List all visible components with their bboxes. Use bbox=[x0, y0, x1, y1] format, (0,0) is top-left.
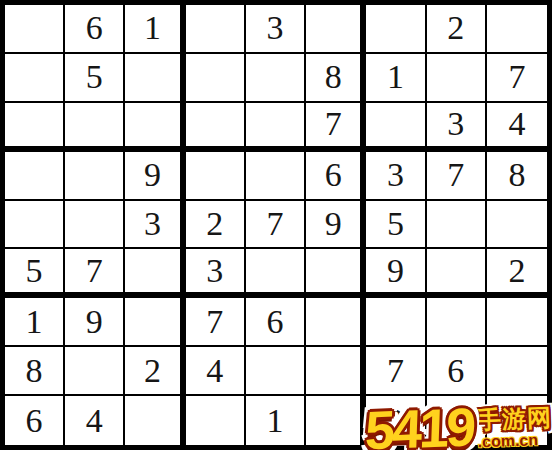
cell-r9c1[interactable]: 6 bbox=[5, 396, 65, 445]
cell-r8c6[interactable] bbox=[306, 347, 366, 396]
cell-r4c3[interactable]: 9 bbox=[125, 152, 185, 201]
cell-r8c2[interactable] bbox=[65, 347, 125, 396]
cell-r8c1[interactable]: 8 bbox=[5, 347, 65, 396]
cell-r1c4[interactable] bbox=[186, 5, 246, 54]
cell-r3c1[interactable] bbox=[5, 103, 65, 152]
cell-r1c5[interactable]: 3 bbox=[246, 5, 306, 54]
cell-r3c3[interactable] bbox=[125, 103, 185, 152]
sudoku-board: 613258177349637832795573921976824766412 bbox=[0, 0, 552, 450]
cell-r1c7[interactable] bbox=[366, 5, 426, 54]
cell-r6c4[interactable]: 3 bbox=[186, 249, 246, 298]
cell-r5c4[interactable]: 2 bbox=[186, 201, 246, 250]
cell-r1c6[interactable] bbox=[306, 5, 366, 54]
cell-r4c1[interactable] bbox=[5, 152, 65, 201]
cell-r8c7[interactable]: 7 bbox=[366, 347, 426, 396]
cell-r8c9[interactable] bbox=[487, 347, 547, 396]
cell-r3c4[interactable] bbox=[186, 103, 246, 152]
cell-r6c3[interactable] bbox=[125, 249, 185, 298]
cell-r9c7[interactable]: 2 bbox=[366, 396, 426, 445]
cell-r6c1[interactable]: 5 bbox=[5, 249, 65, 298]
cell-r9c5[interactable]: 1 bbox=[246, 396, 306, 445]
cell-r2c7[interactable]: 1 bbox=[366, 54, 426, 103]
cell-r7c6[interactable] bbox=[306, 298, 366, 347]
cell-r9c6[interactable] bbox=[306, 396, 366, 445]
cell-r5c9[interactable] bbox=[487, 201, 547, 250]
cell-r3c9[interactable]: 4 bbox=[487, 103, 547, 152]
cell-r3c2[interactable] bbox=[65, 103, 125, 152]
cell-r3c6[interactable]: 7 bbox=[306, 103, 366, 152]
cell-r6c5[interactable] bbox=[246, 249, 306, 298]
cell-r6c7[interactable]: 9 bbox=[366, 249, 426, 298]
cell-r5c1[interactable] bbox=[5, 201, 65, 250]
cell-r8c8[interactable]: 6 bbox=[427, 347, 487, 396]
cell-r6c9[interactable]: 2 bbox=[487, 249, 547, 298]
cell-r6c6[interactable] bbox=[306, 249, 366, 298]
cell-r9c8[interactable] bbox=[427, 396, 487, 445]
cell-r9c2[interactable]: 4 bbox=[65, 396, 125, 445]
cell-r7c2[interactable]: 9 bbox=[65, 298, 125, 347]
cell-r4c7[interactable]: 3 bbox=[366, 152, 426, 201]
cell-r7c9[interactable] bbox=[487, 298, 547, 347]
cell-r5c8[interactable] bbox=[427, 201, 487, 250]
cell-r1c2[interactable]: 6 bbox=[65, 5, 125, 54]
cell-r2c8[interactable] bbox=[427, 54, 487, 103]
cell-r4c5[interactable] bbox=[246, 152, 306, 201]
cell-r7c4[interactable]: 7 bbox=[186, 298, 246, 347]
cell-r4c6[interactable]: 6 bbox=[306, 152, 366, 201]
cell-r9c3[interactable] bbox=[125, 396, 185, 445]
cell-r8c5[interactable] bbox=[246, 347, 306, 396]
cell-r2c4[interactable] bbox=[186, 54, 246, 103]
cell-r5c3[interactable]: 3 bbox=[125, 201, 185, 250]
cell-r7c5[interactable]: 6 bbox=[246, 298, 306, 347]
cell-r3c5[interactable] bbox=[246, 103, 306, 152]
cell-r4c8[interactable]: 7 bbox=[427, 152, 487, 201]
cell-r9c9[interactable] bbox=[487, 396, 547, 445]
cell-r2c6[interactable]: 8 bbox=[306, 54, 366, 103]
cell-r8c4[interactable]: 4 bbox=[186, 347, 246, 396]
cell-r5c7[interactable]: 5 bbox=[366, 201, 426, 250]
cell-r2c2[interactable]: 5 bbox=[65, 54, 125, 103]
cell-r6c2[interactable]: 7 bbox=[65, 249, 125, 298]
cell-r7c7[interactable] bbox=[366, 298, 426, 347]
cell-r7c1[interactable]: 1 bbox=[5, 298, 65, 347]
cell-r3c7[interactable] bbox=[366, 103, 426, 152]
cell-r7c3[interactable] bbox=[125, 298, 185, 347]
cell-r5c6[interactable]: 9 bbox=[306, 201, 366, 250]
cell-r2c5[interactable] bbox=[246, 54, 306, 103]
cell-r5c5[interactable]: 7 bbox=[246, 201, 306, 250]
cell-r4c2[interactable] bbox=[65, 152, 125, 201]
cell-r4c4[interactable] bbox=[186, 152, 246, 201]
cell-r2c9[interactable]: 7 bbox=[487, 54, 547, 103]
cell-r7c8[interactable] bbox=[427, 298, 487, 347]
cell-r2c1[interactable] bbox=[5, 54, 65, 103]
cell-r1c9[interactable] bbox=[487, 5, 547, 54]
cell-r9c4[interactable] bbox=[186, 396, 246, 445]
cell-r2c3[interactable] bbox=[125, 54, 185, 103]
cell-r1c3[interactable]: 1 bbox=[125, 5, 185, 54]
cell-r3c8[interactable]: 3 bbox=[427, 103, 487, 152]
cell-r1c8[interactable]: 2 bbox=[427, 5, 487, 54]
cell-r5c2[interactable] bbox=[65, 201, 125, 250]
cell-r6c8[interactable] bbox=[427, 249, 487, 298]
cell-r8c3[interactable]: 2 bbox=[125, 347, 185, 396]
cell-r4c9[interactable]: 8 bbox=[487, 152, 547, 201]
cell-r1c1[interactable] bbox=[5, 5, 65, 54]
